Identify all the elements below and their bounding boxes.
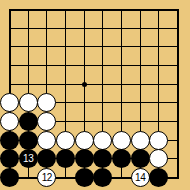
white-stone [19, 93, 38, 112]
black-stone [75, 168, 94, 187]
white-stone-move-12: 12 [37, 168, 56, 187]
black-stone [19, 112, 38, 131]
white-stone [75, 131, 94, 150]
white-stone [37, 131, 56, 150]
go-diagram: 131214 [0, 0, 190, 190]
black-stone-move-13: 13 [19, 149, 38, 168]
black-stone [93, 168, 112, 187]
black-stone [0, 131, 19, 150]
black-stone [75, 149, 94, 168]
black-stone [19, 131, 38, 150]
black-stone [149, 168, 168, 187]
black-stone [131, 149, 150, 168]
white-stone [0, 112, 19, 131]
go-board: 131214 [0, 0, 190, 190]
white-stone [149, 131, 168, 150]
white-stone-move-14: 14 [131, 168, 150, 187]
white-stone [93, 131, 112, 150]
white-stone [131, 131, 150, 150]
black-stone [0, 168, 19, 187]
star-point [82, 82, 87, 87]
white-stone [56, 131, 75, 150]
white-stone [112, 131, 131, 150]
